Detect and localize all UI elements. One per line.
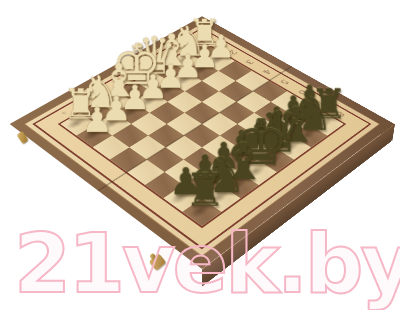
square-e4 bbox=[167, 113, 202, 136]
brass-latch bbox=[149, 253, 167, 271]
piece-white-pawn: ♟ bbox=[66, 102, 127, 137]
product-photo-chess-set: ♜♞♝♚♛♝♞♜♟♟♟♟♟♟♟♟♟♟♟♟♟♟♟♟♜♞♝♚♛♝♞♜ 1234567… bbox=[0, 0, 400, 310]
piece-black-rook: ♜ bbox=[171, 168, 237, 213]
chess-board: ♜♞♝♚♛♝♞♜♟♟♟♟♟♟♟♟♟♟♟♟♟♟♟♟♜♞♝♚♛♝♞♜ 1234567… bbox=[10, 16, 395, 269]
